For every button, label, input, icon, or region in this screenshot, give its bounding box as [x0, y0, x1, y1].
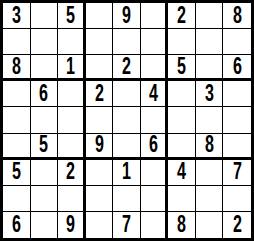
given-digit: 5: [66, 4, 75, 28]
given-digit: 6: [39, 82, 48, 106]
given-digit: 9: [94, 134, 103, 158]
sudoku-cell: 6: [31, 81, 59, 107]
sudoku-cell: 5: [31, 134, 59, 160]
given-digit: 7: [233, 160, 242, 184]
sudoku-cell: 8: [168, 212, 196, 238]
sudoku-cell[interactable]: [223, 81, 251, 107]
sudoku-cell[interactable]: [196, 212, 224, 238]
sudoku-cell[interactable]: [58, 186, 86, 212]
sudoku-cell: 2: [113, 55, 141, 81]
sudoku-cell: 1: [58, 55, 86, 81]
sudoku-cell[interactable]: [113, 134, 141, 160]
sudoku-cell[interactable]: [31, 212, 59, 238]
given-digit: 8: [233, 4, 242, 28]
sudoku-cell[interactable]: [196, 3, 224, 29]
sudoku-cell: 2: [86, 81, 114, 107]
sudoku-cell[interactable]: [196, 186, 224, 212]
sudoku-cell[interactable]: [168, 107, 196, 133]
given-digit: 2: [233, 213, 242, 237]
sudoku-cell: 4: [168, 160, 196, 186]
sudoku-cell: 9: [86, 134, 114, 160]
sudoku-cell: 6: [3, 212, 31, 238]
given-digit: 6: [149, 134, 158, 158]
given-digit: 7: [122, 213, 131, 237]
sudoku-cell[interactable]: [196, 55, 224, 81]
given-digit: 9: [66, 213, 75, 237]
sudoku-cell[interactable]: [31, 3, 59, 29]
sudoku-cell: 5: [58, 3, 86, 29]
sudoku-cell[interactable]: [58, 134, 86, 160]
sudoku-cell[interactable]: [31, 186, 59, 212]
sudoku-cell[interactable]: [86, 186, 114, 212]
given-digit: 2: [177, 4, 186, 28]
sudoku-cell: 9: [58, 212, 86, 238]
sudoku-cell[interactable]: [86, 3, 114, 29]
given-digit: 6: [233, 55, 242, 79]
given-digit: 8: [12, 55, 21, 79]
sudoku-cell: 5: [3, 160, 31, 186]
sudoku-cell[interactable]: [31, 107, 59, 133]
sudoku-cell[interactable]: [141, 29, 169, 55]
given-digit: 6: [12, 213, 21, 237]
sudoku-cell[interactable]: [168, 134, 196, 160]
sudoku-cell[interactable]: [3, 134, 31, 160]
sudoku-cell[interactable]: [58, 107, 86, 133]
sudoku-cell: 7: [223, 160, 251, 186]
sudoku-cell[interactable]: [141, 186, 169, 212]
sudoku-cell[interactable]: [141, 107, 169, 133]
given-digit: 2: [66, 160, 75, 184]
sudoku-cell[interactable]: [223, 107, 251, 133]
sudoku-cell[interactable]: [141, 55, 169, 81]
sudoku-cell[interactable]: [168, 186, 196, 212]
given-digit: 3: [205, 82, 214, 106]
sudoku-cell[interactable]: [141, 212, 169, 238]
sudoku-cell[interactable]: [3, 107, 31, 133]
given-digit: 9: [122, 4, 131, 28]
sudoku-cell[interactable]: [113, 186, 141, 212]
sudoku-cell[interactable]: [86, 212, 114, 238]
sudoku-cell: 7: [113, 212, 141, 238]
sudoku-cell: 6: [141, 134, 169, 160]
sudoku-cell[interactable]: [223, 186, 251, 212]
given-digit: 2: [94, 82, 103, 106]
sudoku-cell: 9: [113, 3, 141, 29]
sudoku-cell[interactable]: [3, 186, 31, 212]
sudoku-cell[interactable]: [223, 134, 251, 160]
sudoku-cell: 8: [223, 3, 251, 29]
sudoku-cell: 2: [223, 212, 251, 238]
sudoku-cell[interactable]: [58, 81, 86, 107]
given-digit: 3: [12, 4, 21, 28]
sudoku-cell[interactable]: [113, 107, 141, 133]
sudoku-cell: 6: [223, 55, 251, 81]
sudoku-cell: 8: [3, 55, 31, 81]
given-digit: 5: [177, 55, 186, 79]
sudoku-board: 3592881256624359685214769782: [0, 0, 254, 241]
sudoku-cell[interactable]: [3, 29, 31, 55]
sudoku-cell[interactable]: [196, 29, 224, 55]
sudoku-cell[interactable]: [196, 160, 224, 186]
given-digit: 4: [177, 160, 186, 184]
sudoku-cell: 2: [58, 160, 86, 186]
sudoku-cell: 4: [141, 81, 169, 107]
sudoku-cell[interactable]: [31, 55, 59, 81]
sudoku-cell[interactable]: [168, 81, 196, 107]
given-digit: 5: [12, 160, 21, 184]
sudoku-cell: 8: [196, 134, 224, 160]
sudoku-cell: 1: [113, 160, 141, 186]
sudoku-cell[interactable]: [168, 29, 196, 55]
given-digit: 8: [177, 213, 186, 237]
given-digit: 2: [122, 55, 131, 79]
sudoku-cell[interactable]: [31, 160, 59, 186]
sudoku-cell[interactable]: [196, 107, 224, 133]
sudoku-cell: 3: [3, 3, 31, 29]
sudoku-cell[interactable]: [86, 160, 114, 186]
given-digit: 1: [66, 55, 75, 79]
sudoku-cell[interactable]: [58, 29, 86, 55]
sudoku-cell[interactable]: [113, 29, 141, 55]
sudoku-cell[interactable]: [223, 29, 251, 55]
sudoku-cell[interactable]: [3, 81, 31, 107]
sudoku-cell: 3: [196, 81, 224, 107]
given-digit: 5: [39, 134, 48, 158]
given-digit: 1: [122, 160, 131, 184]
sudoku-cell[interactable]: [141, 3, 169, 29]
sudoku-cell[interactable]: [113, 81, 141, 107]
sudoku-cell[interactable]: [31, 29, 59, 55]
given-digit: 8: [205, 134, 214, 158]
sudoku-cell: 2: [168, 3, 196, 29]
sudoku-cell[interactable]: [86, 29, 114, 55]
sudoku-cell: 5: [168, 55, 196, 81]
sudoku-cell[interactable]: [86, 55, 114, 81]
given-digit: 4: [149, 82, 158, 106]
sudoku-cell[interactable]: [86, 107, 114, 133]
sudoku-cell[interactable]: [141, 160, 169, 186]
